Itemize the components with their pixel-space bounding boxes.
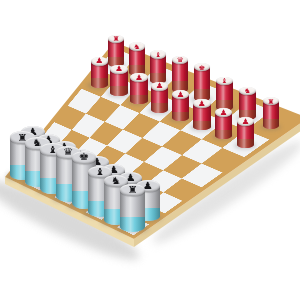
piece-top-face: ♟: [91, 57, 109, 66]
piece-cylinder-body: [194, 67, 210, 102]
king-glyph-icon: ♚: [198, 63, 205, 70]
piece-base-band: [120, 217, 144, 232]
piece-base-band: [263, 119, 279, 129]
piece-red-knight-g8[interactable]: ♞: [239, 87, 255, 120]
piece-red-bishop-f8[interactable]: ♝: [216, 77, 232, 111]
bishop-glyph-icon: ♝: [221, 77, 228, 84]
knight-glyph-icon: ♞: [244, 87, 251, 94]
piece-red-rook-h8[interactable]: ♜: [263, 97, 279, 130]
pawn-glyph-icon: ♟: [115, 65, 123, 73]
pawn-glyph-icon: ♟: [198, 100, 206, 108]
bishop-glyph-icon: ♝: [155, 51, 162, 58]
rook-glyph-icon: ♜: [127, 184, 138, 195]
piece-top-face: ♞: [129, 42, 145, 51]
piece-red-pawn-e7[interactable]: ♟: [172, 90, 190, 121]
rook-glyph-icon: ♜: [267, 97, 274, 104]
piece-cylinder-body: [129, 47, 145, 76]
piece-top-face: ♛: [172, 56, 188, 65]
piece-top-face: ♝: [216, 77, 232, 86]
piece-base-band: [237, 139, 255, 148]
piece-red-pawn-c7[interactable]: ♟: [130, 73, 148, 104]
piece-cylinder-body: [216, 81, 232, 111]
piece-cylinder-body: [150, 54, 166, 84]
piece-red-pawn-f7[interactable]: ♟: [193, 99, 211, 130]
piece-red-pawn-h7[interactable]: ♟: [237, 117, 255, 148]
piece-top-face: ♟: [110, 65, 128, 74]
piece-red-pawn-b7[interactable]: ♟: [110, 65, 128, 96]
piece-cylinder-body: [263, 101, 279, 129]
piece-red-pawn-d7[interactable]: ♟: [151, 82, 169, 113]
piece-red-bishop-c8[interactable]: ♝: [150, 50, 166, 84]
piece-cylinder-body: [172, 60, 188, 93]
piece-cylinder-body: [239, 91, 255, 120]
piece-base-band: [110, 86, 128, 95]
piece-red-knight-b8[interactable]: ♞: [129, 42, 145, 75]
piece-top-face: ♝: [150, 50, 166, 59]
pawn-glyph-icon: ♟: [176, 91, 184, 99]
piece-red-pawn-a7[interactable]: ♟: [91, 57, 109, 88]
piece-red-pawn-g7[interactable]: ♟: [215, 108, 233, 139]
piece-base-band: [215, 130, 233, 139]
piece-base-band: [151, 103, 169, 112]
piece-base-band: [193, 121, 211, 130]
piece-cylinder-body: [108, 39, 124, 67]
piece-cylinder-body: [120, 190, 144, 232]
piece-top-face: ♟: [151, 82, 169, 91]
pawn-glyph-icon: ♟: [135, 74, 143, 82]
rook-glyph-icon: ♜: [113, 35, 120, 42]
piece-base-band: [91, 78, 109, 87]
piece-base-band: [130, 95, 148, 104]
piece-red-queen-d8[interactable]: ♛: [172, 56, 188, 93]
pawn-glyph-icon: ♟: [156, 82, 164, 90]
piece-top-face: ♚: [72, 151, 96, 164]
pawn-glyph-icon: ♟: [219, 109, 227, 117]
piece-red-rook-a8[interactable]: ♜: [108, 35, 124, 68]
chess-set-photo: ♜♞♝♛♚♝♞♜♟♟♟♟♟♟♟♟♟♟♟♟♟♟♟♟♜♞♝♛♚♝♞♜: [0, 0, 300, 300]
piece-red-king-e8[interactable]: ♚: [194, 63, 210, 102]
pawn-glyph-icon: ♟: [95, 57, 103, 65]
piece-silver-rook-h1[interactable]: ♜: [120, 184, 144, 233]
piece-top-face: ♜: [120, 184, 144, 197]
king-glyph-icon: ♚: [79, 152, 90, 163]
piece-base-band: [172, 112, 190, 121]
piece-top-face: ♞: [239, 87, 255, 96]
piece-top-face: ♟: [193, 99, 211, 108]
queen-glyph-icon: ♛: [176, 56, 183, 63]
knight-glyph-icon: ♞: [133, 43, 140, 50]
pawn-glyph-icon: ♟: [242, 118, 250, 126]
